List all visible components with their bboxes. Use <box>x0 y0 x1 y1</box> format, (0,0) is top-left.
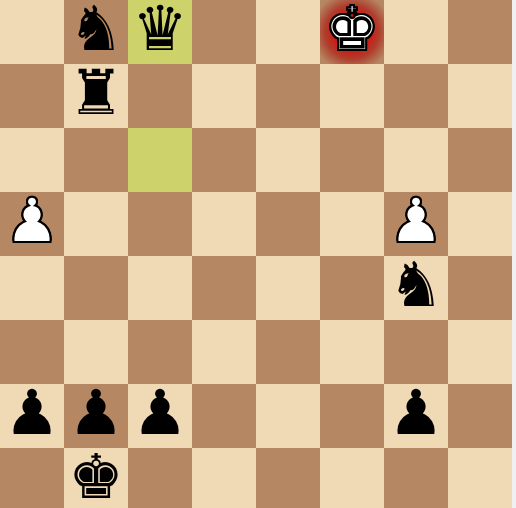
square-e7[interactable] <box>256 64 320 128</box>
square-b4[interactable] <box>64 256 128 320</box>
square-d6[interactable] <box>192 128 256 192</box>
chess-board: ♞♛♚♜♟♟♞♟♟♟♟♚ <box>0 0 512 508</box>
square-g3[interactable] <box>384 320 448 384</box>
square-e3[interactable] <box>256 320 320 384</box>
square-b7[interactable]: ♜ <box>64 64 128 128</box>
square-c1[interactable] <box>128 448 192 508</box>
piece-black-pawn[interactable]: ♟ <box>68 381 124 445</box>
square-e8[interactable] <box>256 0 320 64</box>
square-f3[interactable] <box>320 320 384 384</box>
piece-black-pawn[interactable]: ♟ <box>132 381 188 445</box>
square-d4[interactable] <box>192 256 256 320</box>
square-c8[interactable]: ♛ <box>128 0 192 64</box>
square-a1[interactable] <box>0 448 64 508</box>
piece-white-pawn[interactable]: ♟ <box>4 189 60 253</box>
piece-white-king[interactable]: ♚ <box>324 0 380 61</box>
piece-black-queen[interactable]: ♛ <box>132 0 188 61</box>
piece-white-pawn[interactable]: ♟ <box>388 189 444 253</box>
square-c7[interactable] <box>128 64 192 128</box>
square-b3[interactable] <box>64 320 128 384</box>
piece-black-rook[interactable]: ♜ <box>68 61 124 125</box>
square-f6[interactable] <box>320 128 384 192</box>
square-h3[interactable] <box>448 320 512 384</box>
square-g1[interactable] <box>384 448 448 508</box>
square-e1[interactable] <box>256 448 320 508</box>
square-g7[interactable] <box>384 64 448 128</box>
square-g2[interactable]: ♟ <box>384 384 448 448</box>
piece-black-knight[interactable]: ♞ <box>388 253 444 317</box>
square-e4[interactable] <box>256 256 320 320</box>
square-g8[interactable] <box>384 0 448 64</box>
square-g5[interactable]: ♟ <box>384 192 448 256</box>
square-f2[interactable] <box>320 384 384 448</box>
square-g6[interactable] <box>384 128 448 192</box>
square-a6[interactable] <box>0 128 64 192</box>
square-b6[interactable] <box>64 128 128 192</box>
square-a4[interactable] <box>0 256 64 320</box>
square-h6[interactable] <box>448 128 512 192</box>
square-d3[interactable] <box>192 320 256 384</box>
square-b2[interactable]: ♟ <box>64 384 128 448</box>
square-h2[interactable] <box>448 384 512 448</box>
piece-black-king[interactable]: ♚ <box>68 445 124 508</box>
page-gutter <box>512 0 516 508</box>
piece-black-knight[interactable]: ♞ <box>68 0 124 61</box>
square-h7[interactable] <box>448 64 512 128</box>
square-h4[interactable] <box>448 256 512 320</box>
square-a7[interactable] <box>0 64 64 128</box>
square-f8[interactable]: ♚ <box>320 0 384 64</box>
piece-black-pawn[interactable]: ♟ <box>4 381 60 445</box>
chess-app-page: ♞♛♚♜♟♟♞♟♟♟♟♚ <box>0 0 516 508</box>
square-f1[interactable] <box>320 448 384 508</box>
square-f4[interactable] <box>320 256 384 320</box>
square-h5[interactable] <box>448 192 512 256</box>
square-b5[interactable] <box>64 192 128 256</box>
square-d2[interactable] <box>192 384 256 448</box>
square-c6[interactable] <box>128 128 192 192</box>
square-a8[interactable] <box>0 0 64 64</box>
square-a2[interactable]: ♟ <box>0 384 64 448</box>
square-d1[interactable] <box>192 448 256 508</box>
square-e6[interactable] <box>256 128 320 192</box>
square-e5[interactable] <box>256 192 320 256</box>
square-a3[interactable] <box>0 320 64 384</box>
square-f7[interactable] <box>320 64 384 128</box>
square-c5[interactable] <box>128 192 192 256</box>
square-f5[interactable] <box>320 192 384 256</box>
square-c4[interactable] <box>128 256 192 320</box>
piece-black-pawn[interactable]: ♟ <box>388 381 444 445</box>
square-d7[interactable] <box>192 64 256 128</box>
square-h1[interactable] <box>448 448 512 508</box>
square-a5[interactable]: ♟ <box>0 192 64 256</box>
square-b1[interactable]: ♚ <box>64 448 128 508</box>
square-c2[interactable]: ♟ <box>128 384 192 448</box>
square-g4[interactable]: ♞ <box>384 256 448 320</box>
square-h8[interactable] <box>448 0 512 64</box>
square-d5[interactable] <box>192 192 256 256</box>
square-d8[interactable] <box>192 0 256 64</box>
square-c3[interactable] <box>128 320 192 384</box>
square-b8[interactable]: ♞ <box>64 0 128 64</box>
square-e2[interactable] <box>256 384 320 448</box>
